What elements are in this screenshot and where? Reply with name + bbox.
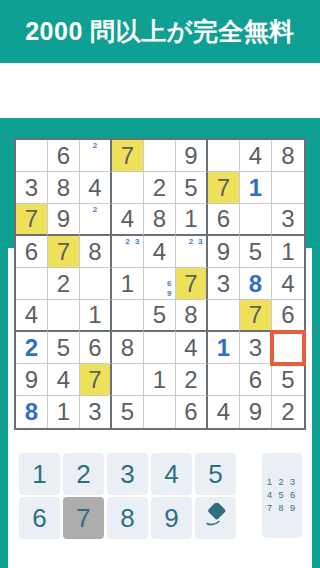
pencil-marks: 2 bbox=[81, 141, 109, 170]
given-digit: 6 bbox=[281, 301, 294, 329]
given-digit: 8 bbox=[121, 334, 134, 362]
cell-r5c5[interactable]: 69 bbox=[144, 268, 176, 300]
given-digit: 4 bbox=[184, 334, 197, 362]
cell-r7c3[interactable]: 6 bbox=[80, 332, 112, 364]
given-digit: 3 bbox=[217, 270, 230, 298]
given-digit: 5 bbox=[184, 174, 197, 202]
given-digit: 4 bbox=[25, 301, 38, 329]
cell-r1c1[interactable] bbox=[16, 140, 48, 172]
given-digit: 5 bbox=[281, 366, 294, 394]
minipad-row: 1 2 3 bbox=[267, 476, 297, 489]
minipad-row: 4 5 6 bbox=[267, 489, 297, 502]
key-9[interactable]: 9 bbox=[151, 497, 192, 539]
given-digit: 6 bbox=[249, 366, 262, 394]
cell-r9c1[interactable]: 8 bbox=[16, 396, 48, 428]
cell-r7c7[interactable]: 1 bbox=[208, 332, 240, 364]
given-digit: 4 bbox=[88, 174, 101, 202]
given-digit: 4 bbox=[249, 142, 262, 170]
given-digit: 3 bbox=[88, 398, 101, 426]
given-digit: 9 bbox=[57, 205, 70, 233]
cell-r2c7[interactable]: 7 bbox=[208, 172, 240, 204]
cell-r1c8[interactable]: 4 bbox=[240, 140, 272, 172]
given-digit: 1 bbox=[281, 238, 294, 266]
cell-r8c4[interactable] bbox=[112, 364, 144, 396]
given-digit: 1 bbox=[57, 398, 70, 426]
user-digit: 8 bbox=[25, 398, 38, 426]
given-digit: 1 bbox=[121, 270, 134, 298]
cell-r8c8[interactable]: 6 bbox=[240, 364, 272, 396]
cell-r1c5[interactable] bbox=[144, 140, 176, 172]
key-6[interactable]: 6 bbox=[19, 497, 60, 539]
pencil-marks: 23 bbox=[113, 237, 142, 266]
cell-r6c2[interactable] bbox=[48, 300, 80, 332]
given-digit: 1 bbox=[153, 366, 166, 394]
given-digit: 3 bbox=[249, 334, 262, 362]
cell-r2c9[interactable] bbox=[272, 172, 304, 204]
given-digit: 4 bbox=[217, 398, 230, 426]
given-digit: 3 bbox=[25, 174, 38, 202]
app-screen: 2000 問以上が完全無料 bbox=[0, 0, 320, 568]
given-digit: 1 bbox=[184, 205, 197, 233]
cell-r3c2[interactable]: 9 bbox=[48, 204, 80, 236]
ad-banner-text: 2000 問以上が完全無料 bbox=[25, 15, 295, 48]
given-digit: 4 bbox=[153, 238, 166, 266]
cell-r4c9[interactable]: 1 bbox=[272, 236, 304, 268]
given-digit: 7 bbox=[88, 366, 101, 394]
cell-r9c8[interactable]: 9 bbox=[240, 396, 272, 428]
user-digit: 1 bbox=[249, 174, 262, 202]
given-digit: 5 bbox=[153, 301, 166, 329]
cell-r4c7[interactable]: 9 bbox=[208, 236, 240, 268]
key-7[interactable]: 7 bbox=[63, 497, 104, 539]
given-digit: 7 bbox=[121, 142, 134, 170]
cell-r2c4[interactable] bbox=[112, 172, 144, 204]
given-digit: 6 bbox=[184, 398, 197, 426]
given-digit: 7 bbox=[249, 301, 262, 329]
given-digit: 4 bbox=[57, 366, 70, 394]
given-digit: 1 bbox=[88, 301, 101, 329]
key-3[interactable]: 3 bbox=[107, 453, 148, 495]
cell-r9c4[interactable]: 5 bbox=[112, 396, 144, 428]
cell-r6c4[interactable] bbox=[112, 300, 144, 332]
given-digit: 9 bbox=[249, 398, 262, 426]
given-digit: 7 bbox=[184, 270, 197, 298]
given-digit: 2 bbox=[153, 174, 166, 202]
cell-r9c2[interactable]: 1 bbox=[48, 396, 80, 428]
cell-r1c7[interactable] bbox=[208, 140, 240, 172]
key-5[interactable]: 5 bbox=[195, 453, 236, 495]
given-digit: 6 bbox=[217, 205, 230, 233]
given-digit: 8 bbox=[57, 174, 70, 202]
cell-r6c5[interactable]: 5 bbox=[144, 300, 176, 332]
cell-r8c6[interactable]: 2 bbox=[176, 364, 208, 396]
key-4[interactable]: 4 bbox=[151, 453, 192, 495]
cell-r6c3[interactable]: 1 bbox=[80, 300, 112, 332]
given-digit: 2 bbox=[57, 270, 70, 298]
cell-r5c8[interactable]: 8 bbox=[240, 268, 272, 300]
pencil-marks: 2 bbox=[81, 205, 109, 233]
cell-r9c9[interactable]: 2 bbox=[272, 396, 304, 428]
cell-r2c1[interactable]: 3 bbox=[16, 172, 48, 204]
pencil-marks: 23 bbox=[177, 237, 205, 266]
cell-r6c7[interactable] bbox=[208, 300, 240, 332]
cell-r1c6[interactable]: 9 bbox=[176, 140, 208, 172]
cell-r5c3[interactable] bbox=[80, 268, 112, 300]
given-digit: 7 bbox=[25, 205, 38, 233]
cell-r5c4[interactable]: 1 bbox=[112, 268, 144, 300]
ad-banner[interactable]: 2000 問以上が完全無料 bbox=[0, 0, 320, 63]
user-digit: 1 bbox=[217, 334, 230, 362]
cell-r6c8[interactable]: 7 bbox=[240, 300, 272, 332]
cell-r7c6[interactable]: 4 bbox=[176, 332, 208, 364]
cell-r7c1[interactable]: 2 bbox=[16, 332, 48, 364]
cell-r4c3[interactable]: 8 bbox=[80, 236, 112, 268]
cell-r5c9[interactable]: 4 bbox=[272, 268, 304, 300]
cell-r7c4[interactable]: 8 bbox=[112, 332, 144, 364]
cell-r4c4[interactable]: 23 bbox=[112, 236, 144, 268]
cell-r6c1[interactable]: 4 bbox=[16, 300, 48, 332]
given-digit: 2 bbox=[281, 398, 294, 426]
cell-r4c5[interactable]: 4 bbox=[144, 236, 176, 268]
cell-r2c8[interactable]: 1 bbox=[240, 172, 272, 204]
minipad-row: 7 8 9 bbox=[267, 502, 297, 515]
cell-r2c6[interactable]: 5 bbox=[176, 172, 208, 204]
cell-r2c2[interactable]: 8 bbox=[48, 172, 80, 204]
user-digit: 2 bbox=[25, 334, 38, 362]
cell-r7c5[interactable] bbox=[144, 332, 176, 364]
given-digit: 5 bbox=[57, 334, 70, 362]
cell-r3c7[interactable]: 6 bbox=[208, 204, 240, 236]
pencil-marks: 69 bbox=[145, 269, 174, 298]
key-8[interactable]: 8 bbox=[107, 497, 148, 539]
cell-r5c2[interactable]: 2 bbox=[48, 268, 80, 300]
cell-r4c1[interactable]: 6 bbox=[16, 236, 48, 268]
cell-r3c3[interactable]: 2 bbox=[80, 204, 112, 236]
given-digit: 8 bbox=[281, 142, 294, 170]
cell-r7c2[interactable]: 5 bbox=[48, 332, 80, 364]
given-digit: 7 bbox=[217, 174, 230, 202]
given-digit: 8 bbox=[153, 205, 166, 233]
cell-r9c6[interactable]: 6 bbox=[176, 396, 208, 428]
cell-r8c2[interactable]: 4 bbox=[48, 364, 80, 396]
given-digit: 3 bbox=[281, 205, 294, 233]
given-digit: 9 bbox=[217, 238, 230, 266]
cell-r8c7[interactable] bbox=[208, 364, 240, 396]
given-digit: 9 bbox=[25, 366, 38, 394]
cell-r5c1[interactable] bbox=[16, 268, 48, 300]
eraser-icon bbox=[203, 503, 229, 534]
cell-r1c3[interactable]: 2 bbox=[80, 140, 112, 172]
given-digit: 6 bbox=[88, 334, 101, 362]
cell-r7c8[interactable]: 3 bbox=[240, 332, 272, 364]
given-digit: 4 bbox=[121, 205, 134, 233]
cell-r3c1[interactable]: 7 bbox=[16, 204, 48, 236]
cell-r2c3[interactable]: 4 bbox=[80, 172, 112, 204]
cell-r7c9[interactable] bbox=[272, 332, 304, 364]
cell-r3c8[interactable] bbox=[240, 204, 272, 236]
cell-r3c5[interactable]: 8 bbox=[144, 204, 176, 236]
sudoku-board: 6279483842571792481636782342395121697384… bbox=[14, 138, 306, 430]
cell-r1c9[interactable]: 8 bbox=[272, 140, 304, 172]
cell-r9c3[interactable]: 3 bbox=[80, 396, 112, 428]
eraser-button[interactable] bbox=[195, 497, 236, 539]
cell-r4c6[interactable]: 23 bbox=[176, 236, 208, 268]
given-digit: 6 bbox=[57, 142, 70, 170]
cell-r4c2[interactable]: 7 bbox=[48, 236, 80, 268]
given-digit: 8 bbox=[184, 301, 197, 329]
cell-r4c8[interactable]: 5 bbox=[240, 236, 272, 268]
given-digit: 7 bbox=[57, 238, 70, 266]
cell-r3c6[interactable]: 1 bbox=[176, 204, 208, 236]
cell-r5c6[interactable]: 7 bbox=[176, 268, 208, 300]
cell-r3c4[interactable]: 4 bbox=[112, 204, 144, 236]
cell-r6c9[interactable]: 6 bbox=[272, 300, 304, 332]
cell-r8c9[interactable]: 5 bbox=[272, 364, 304, 396]
given-digit: 4 bbox=[281, 270, 294, 298]
toolbar bbox=[0, 63, 320, 118]
given-digit: 5 bbox=[249, 238, 262, 266]
pencil-mode-button[interactable]: 1 2 3 4 5 6 7 8 9 bbox=[262, 453, 302, 538]
given-digit: 6 bbox=[25, 238, 38, 266]
cell-r1c2[interactable]: 6 bbox=[48, 140, 80, 172]
given-digit: 8 bbox=[88, 238, 101, 266]
cell-r2c5[interactable]: 2 bbox=[144, 172, 176, 204]
cell-r8c1[interactable]: 9 bbox=[16, 364, 48, 396]
key-2[interactable]: 2 bbox=[63, 453, 104, 495]
cell-r8c3[interactable]: 7 bbox=[80, 364, 112, 396]
key-1[interactable]: 1 bbox=[19, 453, 60, 495]
cell-r6c6[interactable]: 8 bbox=[176, 300, 208, 332]
given-digit: 2 bbox=[184, 366, 197, 394]
cell-r3c9[interactable]: 3 bbox=[272, 204, 304, 236]
number-keypad: 1 2 3 4 5 6 7 8 9 bbox=[19, 453, 236, 539]
given-digit: 5 bbox=[121, 398, 134, 426]
cell-r9c7[interactable]: 4 bbox=[208, 396, 240, 428]
cell-r5c7[interactable]: 3 bbox=[208, 268, 240, 300]
cell-r9c5[interactable] bbox=[144, 396, 176, 428]
cell-r1c4[interactable]: 7 bbox=[112, 140, 144, 172]
user-digit: 8 bbox=[249, 270, 262, 298]
cell-r8c5[interactable]: 1 bbox=[144, 364, 176, 396]
given-digit: 9 bbox=[184, 142, 197, 170]
